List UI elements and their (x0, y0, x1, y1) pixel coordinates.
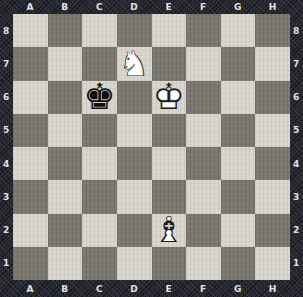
square-a4[interactable] (13, 147, 48, 180)
rank-label-left-3: 3 (0, 180, 13, 213)
rank-label-right-6: 6 (290, 81, 303, 114)
file-label-bottom-b: B (48, 280, 83, 297)
square-h1[interactable] (255, 247, 290, 280)
square-a5[interactable] (13, 114, 48, 147)
square-b7[interactable] (48, 47, 83, 80)
square-d7[interactable]: ♞♘ (117, 47, 152, 80)
square-h4[interactable] (255, 147, 290, 180)
square-f7[interactable] (186, 47, 221, 80)
rank-label-right-3: 3 (290, 180, 303, 213)
rank-label-right-7: 7 (290, 47, 303, 80)
square-g8[interactable] (221, 14, 256, 47)
square-h6[interactable] (255, 81, 290, 114)
square-g7[interactable] (221, 47, 256, 80)
square-a8[interactable] (13, 14, 48, 47)
rank-label-right-8: 8 (290, 14, 303, 47)
square-d6[interactable] (117, 81, 152, 114)
file-label-bottom-g: G (221, 280, 256, 297)
square-f1[interactable] (186, 247, 221, 280)
white-knight-outline-glyph: ♘ (117, 47, 152, 80)
square-b5[interactable] (48, 114, 83, 147)
square-c4[interactable] (82, 147, 117, 180)
square-c6[interactable]: ♚ (82, 81, 117, 114)
square-f8[interactable] (186, 14, 221, 47)
piece-white-king[interactable]: ♚♔ (152, 81, 187, 114)
rank-label-right-4: 4 (290, 147, 303, 180)
square-h3[interactable] (255, 180, 290, 213)
file-label-bottom-h: H (255, 280, 290, 297)
square-e5[interactable] (152, 114, 187, 147)
file-label-top-g: G (221, 0, 256, 14)
file-label-bottom-d: D (117, 280, 152, 297)
square-g6[interactable] (221, 81, 256, 114)
rank-label-left-2: 2 (0, 214, 13, 247)
file-label-bottom-a: A (13, 280, 48, 297)
square-f4[interactable] (186, 147, 221, 180)
square-h5[interactable] (255, 114, 290, 147)
rank-label-left-7: 7 (0, 47, 13, 80)
square-a1[interactable] (13, 247, 48, 280)
rank-labels-left: 87654321 (0, 14, 13, 280)
square-e4[interactable] (152, 147, 187, 180)
square-c5[interactable] (82, 114, 117, 147)
rank-label-left-1: 1 (0, 247, 13, 280)
file-label-bottom-f: F (186, 280, 221, 297)
square-d4[interactable] (117, 147, 152, 180)
rank-label-right-2: 2 (290, 214, 303, 247)
square-d2[interactable] (117, 214, 152, 247)
square-b6[interactable] (48, 81, 83, 114)
square-g2[interactable] (221, 214, 256, 247)
square-b2[interactable] (48, 214, 83, 247)
square-e1[interactable] (152, 247, 187, 280)
board-frame: ABCDEFGH 87654321 87654321 ABCDEFGH ♞♘♚♚… (0, 0, 303, 297)
square-a3[interactable] (13, 180, 48, 213)
square-e8[interactable] (152, 14, 187, 47)
rank-label-left-5: 5 (0, 114, 13, 147)
square-e6[interactable]: ♚♔ (152, 81, 187, 114)
piece-white-bishop[interactable]: ♝♗ (152, 214, 187, 247)
square-f5[interactable] (186, 114, 221, 147)
square-c8[interactable] (82, 14, 117, 47)
square-a6[interactable] (13, 81, 48, 114)
square-c3[interactable] (82, 180, 117, 213)
chess-board: ♞♘♚♚♔♝♗ (13, 14, 290, 280)
file-label-top-h: H (255, 0, 290, 14)
file-label-top-a: A (13, 0, 48, 14)
file-labels-top: ABCDEFGH (13, 0, 290, 14)
square-e2[interactable]: ♝♗ (152, 214, 187, 247)
square-g3[interactable] (221, 180, 256, 213)
rank-label-right-1: 1 (290, 247, 303, 280)
white-bishop-outline-glyph: ♗ (152, 214, 187, 247)
file-label-top-e: E (152, 0, 187, 14)
square-c2[interactable] (82, 214, 117, 247)
white-king-outline-glyph: ♔ (152, 81, 187, 114)
square-f2[interactable] (186, 214, 221, 247)
file-label-bottom-c: C (82, 280, 117, 297)
file-labels-bottom: ABCDEFGH (13, 280, 290, 297)
square-a2[interactable] (13, 214, 48, 247)
square-f6[interactable] (186, 81, 221, 114)
file-label-top-d: D (117, 0, 152, 14)
square-g4[interactable] (221, 147, 256, 180)
piece-black-king[interactable]: ♚ (82, 81, 117, 114)
square-b8[interactable] (48, 14, 83, 47)
square-h2[interactable] (255, 214, 290, 247)
square-h8[interactable] (255, 14, 290, 47)
square-d1[interactable] (117, 247, 152, 280)
rank-label-left-4: 4 (0, 147, 13, 180)
square-c1[interactable] (82, 247, 117, 280)
square-g1[interactable] (221, 247, 256, 280)
square-h7[interactable] (255, 47, 290, 80)
file-label-bottom-e: E (152, 280, 187, 297)
square-d5[interactable] (117, 114, 152, 147)
black-king-glyph: ♚ (82, 81, 117, 114)
square-b3[interactable] (48, 180, 83, 213)
file-label-top-f: F (186, 0, 221, 14)
square-b1[interactable] (48, 247, 83, 280)
rank-label-left-6: 6 (0, 81, 13, 114)
square-a7[interactable] (13, 47, 48, 80)
square-g5[interactable] (221, 114, 256, 147)
square-d3[interactable] (117, 180, 152, 213)
piece-white-knight[interactable]: ♞♘ (117, 47, 152, 80)
square-f3[interactable] (186, 180, 221, 213)
file-label-top-b: B (48, 0, 83, 14)
square-b4[interactable] (48, 147, 83, 180)
rank-label-right-5: 5 (290, 114, 303, 147)
rank-labels-right: 87654321 (290, 14, 303, 280)
file-label-top-c: C (82, 0, 117, 14)
rank-label-left-8: 8 (0, 14, 13, 47)
